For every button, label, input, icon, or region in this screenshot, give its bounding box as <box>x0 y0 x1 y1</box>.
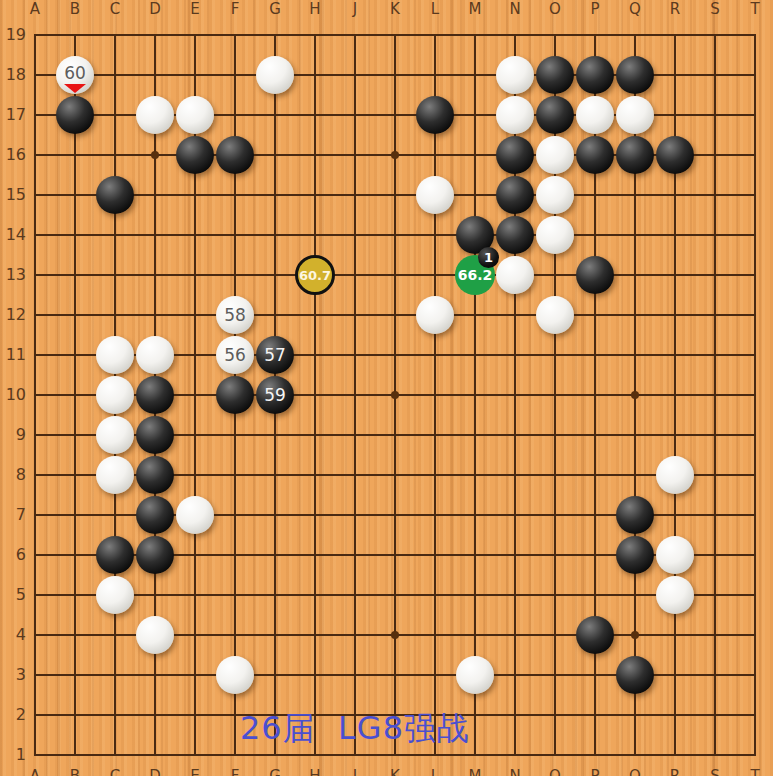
stone-black[interactable] <box>616 496 654 534</box>
stone-black[interactable] <box>496 176 534 214</box>
stone-black[interactable] <box>536 96 574 134</box>
stone-white[interactable] <box>656 456 694 494</box>
go-board: 26届 LG8强战 6060.766.2158565759 AABBCCDDEE… <box>0 0 773 776</box>
stone-white[interactable] <box>536 296 574 334</box>
stone-white[interactable]: 56 <box>216 336 254 374</box>
stone-black[interactable] <box>216 136 254 174</box>
col-label-bottom: R <box>655 767 695 776</box>
row-label: 6 <box>0 545 26 564</box>
row-label: 4 <box>0 625 26 644</box>
stone-black[interactable] <box>616 656 654 694</box>
col-label-top: G <box>255 0 295 18</box>
stone-white[interactable] <box>536 176 574 214</box>
stone-white[interactable] <box>656 576 694 614</box>
col-label-bottom: H <box>295 767 335 776</box>
row-label: 7 <box>0 505 26 524</box>
col-label-bottom: Q <box>615 767 655 776</box>
stone-white[interactable] <box>96 336 134 374</box>
stone-black[interactable] <box>496 136 534 174</box>
row-label: 14 <box>0 225 26 244</box>
col-label-bottom: C <box>95 767 135 776</box>
col-label-top: C <box>95 0 135 18</box>
col-label-bottom: O <box>535 767 575 776</box>
stone-white[interactable] <box>496 56 534 94</box>
stone-white[interactable] <box>456 656 494 694</box>
col-label-bottom: P <box>575 767 615 776</box>
col-label-bottom: D <box>135 767 175 776</box>
col-label-top: K <box>375 0 415 18</box>
stone-black[interactable] <box>616 536 654 574</box>
row-label: 5 <box>0 585 26 604</box>
stone-white[interactable] <box>576 96 614 134</box>
row-label: 9 <box>0 425 26 444</box>
col-label-bottom: M <box>455 767 495 776</box>
col-label-bottom: F <box>215 767 255 776</box>
stone-white[interactable] <box>416 176 454 214</box>
col-label-top: S <box>695 0 735 18</box>
col-label-top: R <box>655 0 695 18</box>
stone-label: 60.7 <box>299 269 331 282</box>
col-label-top: A <box>15 0 55 18</box>
row-label: 13 <box>0 265 26 284</box>
stone-white[interactable]: 60 <box>56 56 94 94</box>
stone-black[interactable] <box>136 416 174 454</box>
stone-black[interactable] <box>576 136 614 174</box>
stone-black[interactable] <box>96 536 134 574</box>
stone-white[interactable] <box>96 456 134 494</box>
stone-black[interactable] <box>96 176 134 214</box>
stone-white[interactable] <box>496 256 534 294</box>
col-label-bottom: N <box>495 767 535 776</box>
stone-white[interactable] <box>256 56 294 94</box>
col-label-bottom: S <box>695 767 735 776</box>
stone-white[interactable] <box>416 296 454 334</box>
col-label-bottom: K <box>375 767 415 776</box>
col-label-top: M <box>455 0 495 18</box>
col-label-top: L <box>415 0 455 18</box>
col-label-top: N <box>495 0 535 18</box>
stone-white[interactable] <box>136 336 174 374</box>
stone-label: 56 <box>224 347 246 364</box>
row-label: 8 <box>0 465 26 484</box>
col-label-top: J <box>335 0 375 18</box>
last-move-triangle-icon <box>64 84 86 93</box>
stone-white[interactable] <box>96 376 134 414</box>
col-label-bottom: B <box>55 767 95 776</box>
stone-white[interactable] <box>136 96 174 134</box>
stone-label: 60 <box>64 64 86 81</box>
col-label-bottom: T <box>735 767 773 776</box>
row-label: 2 <box>0 705 26 724</box>
stone-black[interactable] <box>216 376 254 414</box>
stone-white[interactable] <box>656 536 694 574</box>
row-label: 17 <box>0 105 26 124</box>
stone-white[interactable] <box>96 576 134 614</box>
row-label: 3 <box>0 665 26 684</box>
col-label-top: Q <box>615 0 655 18</box>
stone-black[interactable] <box>616 56 654 94</box>
stone-black[interactable] <box>616 136 654 174</box>
stone-white[interactable] <box>216 656 254 694</box>
col-label-bottom: A <box>15 767 55 776</box>
col-label-bottom: E <box>175 767 215 776</box>
col-label-top: T <box>735 0 773 18</box>
stone-black[interactable] <box>416 96 454 134</box>
stone-black[interactable] <box>656 136 694 174</box>
col-label-top: B <box>55 0 95 18</box>
stone-label: 59 <box>264 387 286 404</box>
stone-black[interactable] <box>136 376 174 414</box>
row-label: 10 <box>0 385 26 404</box>
stone-black[interactable]: 57 <box>256 336 294 374</box>
stone-white[interactable] <box>136 616 174 654</box>
stone-black[interactable] <box>536 56 574 94</box>
col-label-top: D <box>135 0 175 18</box>
row-label: 11 <box>0 345 26 364</box>
stone-label: 57 <box>264 347 286 364</box>
col-label-top: F <box>215 0 255 18</box>
stone-black[interactable] <box>136 456 174 494</box>
stone-black[interactable] <box>576 616 614 654</box>
col-label-top: E <box>175 0 215 18</box>
col-label-bottom: L <box>415 767 455 776</box>
row-label: 1 <box>0 745 26 764</box>
row-label: 18 <box>0 65 26 84</box>
stone-white[interactable]: 58 <box>216 296 254 334</box>
stone-black[interactable] <box>56 96 94 134</box>
col-label-bottom: G <box>255 767 295 776</box>
stone-white[interactable] <box>176 496 214 534</box>
stone-black[interactable] <box>136 536 174 574</box>
stone-white[interactable] <box>536 216 574 254</box>
col-label-top: H <box>295 0 335 18</box>
col-label-top: P <box>575 0 615 18</box>
stone-black[interactable] <box>496 216 534 254</box>
stone-white[interactable] <box>536 136 574 174</box>
row-label: 15 <box>0 185 26 204</box>
stone-white[interactable] <box>616 96 654 134</box>
stone-black[interactable] <box>576 56 614 94</box>
row-label: 19 <box>0 25 26 44</box>
row-label: 12 <box>0 305 26 324</box>
stone-white[interactable] <box>176 96 214 134</box>
stone-label: 66.2 <box>458 268 493 282</box>
col-label-bottom: J <box>335 767 375 776</box>
ai-move-yellow[interactable]: 60.7 <box>295 255 335 295</box>
stone-black[interactable] <box>136 496 174 534</box>
stone-black[interactable]: 59 <box>256 376 294 414</box>
row-label: 16 <box>0 145 26 164</box>
col-label-top: O <box>535 0 575 18</box>
stone-black[interactable] <box>176 136 214 174</box>
stone-white[interactable] <box>96 416 134 454</box>
stone-black[interactable] <box>576 256 614 294</box>
ai-move-green[interactable]: 66.21 <box>455 255 495 295</box>
ai-move-order-badge: 1 <box>478 247 499 268</box>
stone-white[interactable] <box>496 96 534 134</box>
stone-layer: 6060.766.2158565759 <box>15 15 773 775</box>
stone-label: 58 <box>224 307 246 324</box>
